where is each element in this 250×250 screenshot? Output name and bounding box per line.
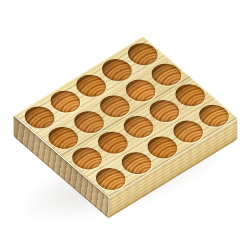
board-photo <box>0 0 250 250</box>
